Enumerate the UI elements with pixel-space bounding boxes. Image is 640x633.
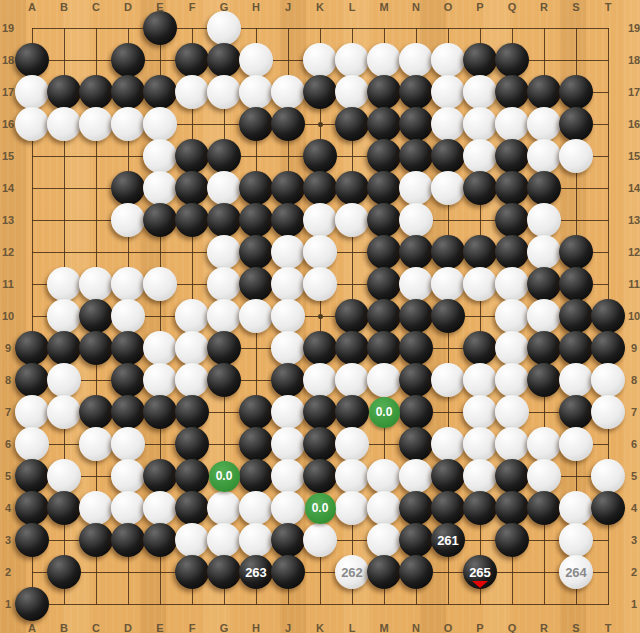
white-stone[interactable]	[111, 267, 145, 301]
black-stone[interactable]	[143, 203, 177, 237]
white-stone[interactable]	[559, 427, 593, 461]
black-stone[interactable]	[335, 299, 369, 333]
white-stone[interactable]	[239, 491, 273, 525]
black-stone[interactable]	[15, 459, 49, 493]
score-estimate-marker[interactable]: 0.0	[209, 461, 240, 492]
black-stone[interactable]	[495, 43, 529, 77]
black-stone[interactable]	[559, 267, 593, 301]
black-stone[interactable]	[399, 363, 433, 397]
white-stone[interactable]	[303, 523, 337, 557]
white-stone[interactable]	[399, 203, 433, 237]
white-stone[interactable]	[175, 523, 209, 557]
black-stone[interactable]	[527, 75, 561, 109]
coord-label: K	[310, 622, 330, 633]
black-stone[interactable]	[527, 331, 561, 365]
white-stone[interactable]	[559, 139, 593, 173]
coord-label: T	[598, 1, 618, 13]
black-stone[interactable]	[79, 331, 113, 365]
coord-label: 8	[624, 374, 640, 386]
black-stone[interactable]	[399, 75, 433, 109]
coord-label: 14	[624, 182, 640, 194]
coord-label: 16	[624, 118, 640, 130]
black-stone[interactable]	[303, 427, 337, 461]
black-stone[interactable]	[559, 75, 593, 109]
black-stone[interactable]	[495, 491, 529, 525]
black-stone[interactable]	[399, 299, 433, 333]
black-stone[interactable]	[143, 523, 177, 557]
coord-label: 10	[0, 310, 18, 322]
white-stone[interactable]	[463, 107, 497, 141]
white-stone[interactable]	[79, 107, 113, 141]
white-stone[interactable]	[495, 427, 529, 461]
white-stone[interactable]	[463, 427, 497, 461]
black-stone[interactable]	[399, 555, 433, 589]
white-stone[interactable]	[175, 75, 209, 109]
white-stone[interactable]	[143, 363, 177, 397]
black-stone[interactable]	[207, 363, 241, 397]
black-stone[interactable]	[111, 523, 145, 557]
black-stone[interactable]	[591, 299, 625, 333]
black-stone[interactable]	[495, 459, 529, 493]
white-stone[interactable]	[79, 427, 113, 461]
black-stone[interactable]	[495, 235, 529, 269]
black-stone[interactable]	[559, 299, 593, 333]
black-stone[interactable]	[559, 235, 593, 269]
black-stone[interactable]	[111, 331, 145, 365]
black-stone[interactable]	[47, 555, 81, 589]
coord-label: 11	[0, 278, 18, 290]
white-stone[interactable]	[367, 459, 401, 493]
coord-label: 12	[624, 246, 640, 258]
black-stone[interactable]	[175, 171, 209, 205]
white-stone[interactable]	[367, 43, 401, 77]
black-stone[interactable]	[303, 75, 337, 109]
black-stone[interactable]	[15, 491, 49, 525]
black-stone[interactable]	[495, 203, 529, 237]
white-stone[interactable]	[527, 235, 561, 269]
black-stone[interactable]	[431, 459, 465, 493]
black-stone[interactable]	[239, 395, 273, 429]
black-stone[interactable]	[271, 363, 305, 397]
white-stone[interactable]	[207, 523, 241, 557]
white-stone[interactable]	[111, 299, 145, 333]
white-stone[interactable]	[431, 171, 465, 205]
black-stone[interactable]	[367, 107, 401, 141]
numbered-black-stone[interactable]: 265	[463, 555, 497, 589]
black-stone[interactable]	[271, 523, 305, 557]
white-stone[interactable]	[175, 299, 209, 333]
coord-label: B	[54, 622, 74, 633]
white-stone[interactable]	[559, 523, 593, 557]
coord-label: O	[438, 1, 458, 13]
white-stone[interactable]	[559, 491, 593, 525]
coord-label: 9	[624, 342, 640, 354]
white-stone[interactable]	[527, 139, 561, 173]
white-stone[interactable]	[15, 427, 49, 461]
white-stone[interactable]	[47, 395, 81, 429]
white-stone[interactable]	[239, 75, 273, 109]
white-stone[interactable]	[303, 203, 337, 237]
black-stone[interactable]	[527, 363, 561, 397]
black-stone[interactable]	[15, 523, 49, 557]
white-stone[interactable]	[495, 299, 529, 333]
black-stone[interactable]	[559, 107, 593, 141]
coord-label: F	[182, 622, 202, 633]
white-stone[interactable]	[143, 267, 177, 301]
coord-label: 3	[624, 534, 640, 546]
coord-label: M	[374, 622, 394, 633]
white-stone[interactable]	[111, 107, 145, 141]
black-stone[interactable]	[111, 171, 145, 205]
black-stone[interactable]	[495, 171, 529, 205]
black-stone[interactable]	[207, 43, 241, 77]
white-stone[interactable]	[47, 459, 81, 493]
white-stone[interactable]	[591, 363, 625, 397]
white-stone[interactable]	[143, 491, 177, 525]
black-stone[interactable]	[239, 107, 273, 141]
black-stone[interactable]	[15, 363, 49, 397]
white-stone[interactable]	[495, 331, 529, 365]
white-stone[interactable]	[15, 395, 49, 429]
white-stone[interactable]	[15, 107, 49, 141]
coord-label: C	[86, 1, 106, 13]
black-stone[interactable]	[591, 491, 625, 525]
black-stone[interactable]	[303, 459, 337, 493]
black-stone[interactable]	[399, 139, 433, 173]
black-stone[interactable]	[111, 43, 145, 77]
black-stone[interactable]	[79, 395, 113, 429]
black-stone[interactable]	[271, 171, 305, 205]
coord-label: C	[86, 622, 106, 633]
coord-label: B	[54, 1, 74, 13]
white-stone[interactable]	[527, 299, 561, 333]
black-stone[interactable]	[495, 139, 529, 173]
white-stone[interactable]	[431, 363, 465, 397]
black-stone[interactable]	[591, 331, 625, 365]
white-stone[interactable]	[47, 107, 81, 141]
coord-label: H	[246, 1, 266, 13]
go-board[interactable]: ABCDEFGHJKLMNOPQRST ABCDEFGHJKLMNOPQRST …	[0, 0, 640, 633]
coord-label: Q	[502, 1, 522, 13]
white-stone[interactable]	[431, 427, 465, 461]
coord-label: 4	[624, 502, 640, 514]
white-stone[interactable]	[239, 43, 273, 77]
black-stone[interactable]	[495, 75, 529, 109]
white-stone[interactable]	[143, 331, 177, 365]
black-stone[interactable]	[367, 331, 401, 365]
white-stone[interactable]	[207, 267, 241, 301]
coord-label: D	[118, 1, 138, 13]
black-stone[interactable]	[527, 171, 561, 205]
white-stone[interactable]	[431, 107, 465, 141]
white-stone[interactable]	[591, 459, 625, 493]
white-stone[interactable]	[79, 491, 113, 525]
white-stone[interactable]	[271, 235, 305, 269]
black-stone[interactable]	[15, 331, 49, 365]
black-stone[interactable]	[399, 395, 433, 429]
white-stone[interactable]	[495, 363, 529, 397]
black-stone[interactable]	[463, 171, 497, 205]
white-stone[interactable]	[527, 203, 561, 237]
white-stone[interactable]	[335, 459, 369, 493]
black-stone[interactable]	[431, 235, 465, 269]
white-stone[interactable]	[47, 363, 81, 397]
white-stone[interactable]	[303, 235, 337, 269]
white-stone[interactable]	[495, 395, 529, 429]
black-stone[interactable]	[399, 107, 433, 141]
white-stone[interactable]	[303, 267, 337, 301]
white-stone[interactable]	[335, 427, 369, 461]
white-stone[interactable]	[271, 331, 305, 365]
black-stone[interactable]	[463, 331, 497, 365]
white-stone[interactable]	[271, 427, 305, 461]
coord-label: N	[406, 1, 426, 13]
white-stone[interactable]	[399, 171, 433, 205]
black-stone[interactable]	[271, 107, 305, 141]
white-stone[interactable]	[463, 139, 497, 173]
white-stone[interactable]	[207, 171, 241, 205]
black-stone[interactable]	[15, 43, 49, 77]
coord-label: R	[534, 1, 554, 13]
white-stone[interactable]	[175, 363, 209, 397]
white-stone[interactable]	[431, 75, 465, 109]
white-stone[interactable]	[239, 299, 273, 333]
black-stone[interactable]	[47, 75, 81, 109]
black-stone[interactable]	[79, 75, 113, 109]
black-stone[interactable]	[175, 395, 209, 429]
white-stone[interactable]	[111, 491, 145, 525]
white-stone[interactable]	[335, 75, 369, 109]
white-stone[interactable]	[495, 107, 529, 141]
black-stone[interactable]	[335, 395, 369, 429]
white-stone[interactable]	[463, 395, 497, 429]
coord-label: 14	[0, 182, 18, 194]
white-stone[interactable]	[79, 267, 113, 301]
black-stone[interactable]	[367, 203, 401, 237]
black-stone[interactable]	[399, 235, 433, 269]
black-stone[interactable]	[495, 523, 529, 557]
white-stone[interactable]	[399, 267, 433, 301]
numbered-white-stone[interactable]: 262	[335, 555, 369, 589]
white-stone[interactable]	[303, 363, 337, 397]
black-stone[interactable]	[175, 459, 209, 493]
white-stone[interactable]	[527, 459, 561, 493]
black-stone[interactable]	[111, 363, 145, 397]
black-stone[interactable]	[239, 171, 273, 205]
white-stone[interactable]	[431, 43, 465, 77]
coord-label: 5	[624, 470, 640, 482]
coord-label: 13	[0, 214, 18, 226]
white-stone[interactable]	[271, 459, 305, 493]
black-stone[interactable]	[143, 75, 177, 109]
black-stone[interactable]	[207, 555, 241, 589]
white-stone[interactable]	[175, 331, 209, 365]
coord-label: 2	[624, 566, 640, 578]
black-stone[interactable]	[367, 267, 401, 301]
coord-label: N	[406, 622, 426, 633]
white-stone[interactable]	[463, 75, 497, 109]
coord-label: L	[342, 1, 362, 13]
black-stone[interactable]	[239, 427, 273, 461]
numbered-white-stone[interactable]: 264	[559, 555, 593, 589]
black-stone[interactable]	[463, 235, 497, 269]
white-stone[interactable]	[335, 203, 369, 237]
white-stone[interactable]	[463, 267, 497, 301]
black-stone[interactable]	[431, 491, 465, 525]
black-stone[interactable]	[303, 139, 337, 173]
white-stone[interactable]	[335, 491, 369, 525]
white-stone[interactable]	[47, 267, 81, 301]
white-stone[interactable]	[239, 523, 273, 557]
black-stone[interactable]	[207, 331, 241, 365]
coord-label: 1	[624, 598, 640, 610]
black-stone[interactable]	[527, 491, 561, 525]
coord-label: G	[214, 622, 234, 633]
black-stone[interactable]	[431, 299, 465, 333]
white-stone[interactable]	[271, 395, 305, 429]
black-stone[interactable]	[303, 171, 337, 205]
black-stone[interactable]	[527, 267, 561, 301]
coord-label: 13	[624, 214, 640, 226]
black-stone[interactable]	[79, 523, 113, 557]
white-stone[interactable]	[431, 267, 465, 301]
coord-label: 15	[0, 150, 18, 162]
black-stone[interactable]	[399, 427, 433, 461]
white-stone[interactable]	[143, 171, 177, 205]
coord-label: 11	[624, 278, 640, 290]
coord-label: F	[182, 1, 202, 13]
black-stone[interactable]	[207, 203, 241, 237]
white-stone[interactable]	[111, 459, 145, 493]
black-stone[interactable]	[367, 75, 401, 109]
black-stone[interactable]	[175, 427, 209, 461]
white-stone[interactable]	[335, 363, 369, 397]
coord-label: 17	[624, 86, 640, 98]
black-stone[interactable]	[271, 555, 305, 589]
white-stone[interactable]	[463, 363, 497, 397]
black-stone[interactable]	[367, 235, 401, 269]
white-stone[interactable]	[47, 299, 81, 333]
white-stone[interactable]	[271, 267, 305, 301]
white-stone[interactable]	[559, 363, 593, 397]
black-stone[interactable]	[239, 235, 273, 269]
coord-label: A	[22, 622, 42, 633]
black-stone[interactable]	[111, 75, 145, 109]
black-stone[interactable]	[239, 267, 273, 301]
white-stone[interactable]	[271, 299, 305, 333]
black-stone[interactable]	[143, 395, 177, 429]
numbered-black-stone[interactable]: 261	[431, 523, 465, 557]
white-stone[interactable]	[271, 491, 305, 525]
coord-label: 19	[624, 22, 640, 34]
last-move-marker-icon	[472, 581, 488, 588]
score-estimate-marker[interactable]: 0.0	[305, 493, 336, 524]
coord-label: P	[470, 622, 490, 633]
black-stone[interactable]	[399, 331, 433, 365]
black-stone[interactable]	[47, 491, 81, 525]
black-stone[interactable]	[207, 139, 241, 173]
black-stone[interactable]	[463, 491, 497, 525]
black-stone[interactable]	[143, 11, 177, 45]
coord-label: 10	[624, 310, 640, 322]
white-stone[interactable]	[207, 491, 241, 525]
black-stone[interactable]	[463, 43, 497, 77]
black-stone[interactable]	[399, 523, 433, 557]
white-stone[interactable]	[527, 427, 561, 461]
black-stone[interactable]	[335, 107, 369, 141]
black-stone[interactable]	[239, 459, 273, 493]
black-stone[interactable]	[559, 331, 593, 365]
black-stone[interactable]	[335, 171, 369, 205]
white-stone[interactable]	[207, 299, 241, 333]
black-stone[interactable]	[175, 139, 209, 173]
black-stone[interactable]	[175, 43, 209, 77]
white-stone[interactable]	[15, 75, 49, 109]
black-stone[interactable]	[79, 299, 113, 333]
black-stone[interactable]	[175, 491, 209, 525]
black-stone[interactable]	[367, 555, 401, 589]
white-stone[interactable]	[399, 43, 433, 77]
white-stone[interactable]	[527, 107, 561, 141]
black-stone[interactable]	[175, 555, 209, 589]
white-stone[interactable]	[207, 235, 241, 269]
white-stone[interactable]	[367, 523, 401, 557]
black-stone[interactable]	[111, 395, 145, 429]
black-stone[interactable]	[15, 587, 49, 621]
white-stone[interactable]	[207, 75, 241, 109]
black-stone[interactable]	[399, 491, 433, 525]
coord-label: S	[566, 622, 586, 633]
white-stone[interactable]	[335, 43, 369, 77]
coord-label: 19	[0, 22, 18, 34]
black-stone[interactable]	[303, 395, 337, 429]
white-stone[interactable]	[143, 139, 177, 173]
coord-label: 2	[0, 566, 18, 578]
coord-label: M	[374, 1, 394, 13]
score-estimate-marker[interactable]: 0.0	[369, 397, 400, 428]
black-stone[interactable]	[431, 139, 465, 173]
white-stone[interactable]	[303, 43, 337, 77]
coord-label: P	[470, 1, 490, 13]
black-stone[interactable]	[367, 139, 401, 173]
black-stone[interactable]	[239, 203, 273, 237]
coord-label: R	[534, 622, 554, 633]
white-stone[interactable]	[591, 395, 625, 429]
black-stone[interactable]	[47, 331, 81, 365]
black-stone[interactable]	[559, 395, 593, 429]
white-stone[interactable]	[399, 459, 433, 493]
white-stone[interactable]	[143, 107, 177, 141]
white-stone[interactable]	[367, 491, 401, 525]
white-stone[interactable]	[271, 75, 305, 109]
black-stone[interactable]	[367, 171, 401, 205]
black-stone[interactable]	[271, 203, 305, 237]
black-stone[interactable]	[303, 331, 337, 365]
white-stone[interactable]	[495, 267, 529, 301]
numbered-black-stone[interactable]: 263	[239, 555, 273, 589]
white-stone[interactable]	[111, 203, 145, 237]
white-stone[interactable]	[367, 363, 401, 397]
black-stone[interactable]	[335, 331, 369, 365]
white-stone[interactable]	[111, 427, 145, 461]
white-stone[interactable]	[463, 459, 497, 493]
black-stone[interactable]	[367, 299, 401, 333]
black-stone[interactable]	[143, 459, 177, 493]
coord-label: 15	[624, 150, 640, 162]
white-stone[interactable]	[207, 11, 241, 45]
coord-label: L	[342, 622, 362, 633]
black-stone[interactable]	[175, 203, 209, 237]
